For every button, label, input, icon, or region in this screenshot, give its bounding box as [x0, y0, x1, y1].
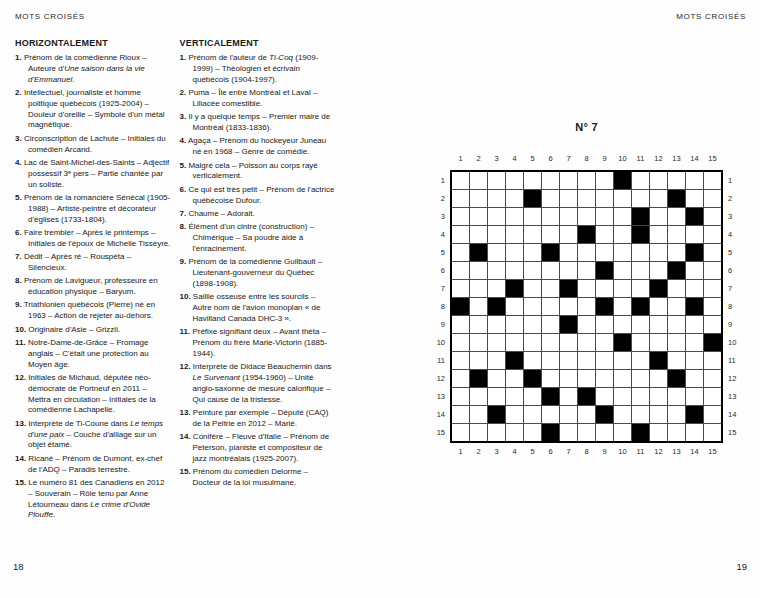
clue-number: 9.: [15, 300, 22, 309]
grid-cell[interactable]: [488, 370, 505, 387]
grid-cell[interactable]: [524, 262, 541, 279]
grid-coordinate: 9: [430, 316, 445, 333]
clue-number: 3.: [15, 134, 22, 143]
grid-cell-black: [506, 352, 523, 369]
grid-cell[interactable]: [506, 190, 523, 207]
grid-cell[interactable]: [470, 352, 487, 369]
clue-item: 3. Il y a quelque temps – Premier maire …: [180, 112, 336, 134]
grid-cell[interactable]: [524, 244, 541, 261]
clue-item: 8. Élément d'un cintre (construction) – …: [180, 222, 336, 254]
grid-cell[interactable]: [614, 388, 631, 405]
grid-cell[interactable]: [524, 280, 541, 297]
clue-number: 12.: [15, 373, 26, 382]
grid-cell[interactable]: [560, 208, 577, 225]
clue-text: Malgré cela – Poisson au corps rayé vert…: [188, 161, 317, 181]
clue-number: 11.: [180, 327, 191, 336]
clue-text: Faire trembler – Après le printemps – In…: [24, 228, 171, 248]
grid-cell[interactable]: [704, 280, 721, 297]
grid-cell[interactable]: [470, 406, 487, 423]
grid-cell[interactable]: [650, 244, 667, 261]
clue-text: Initiales de Michaud, députée néo-démocr…: [28, 373, 156, 414]
grid-cell[interactable]: [542, 280, 559, 297]
across-title: HORIZONTALEMENT: [15, 38, 171, 48]
grid-cell[interactable]: [632, 262, 649, 279]
grid-cell-black: [614, 172, 631, 189]
grid-cell-black: [686, 298, 703, 315]
grid-cell[interactable]: [578, 244, 595, 261]
clue-item: 2. Puma – Île entre Montréal et Laval – …: [180, 88, 336, 110]
clue-text: Prénom de la comédienne Rioux – Auteure …: [24, 53, 147, 84]
grid-cell[interactable]: [686, 172, 703, 189]
grid-cell-black: [632, 226, 649, 243]
grid-cell-black: [704, 334, 721, 351]
grid-cell[interactable]: [452, 424, 469, 441]
grid-cell[interactable]: [452, 172, 469, 189]
grid-coordinate: 6: [542, 154, 559, 163]
down-clue-list: 1. Prénom de l'auteur de Ti-Coq (1909-19…: [180, 53, 336, 489]
grid-cell[interactable]: [668, 244, 685, 261]
grid-coordinate: 15: [704, 447, 721, 456]
grid-cell[interactable]: [614, 298, 631, 315]
grid-cell[interactable]: [632, 280, 649, 297]
grid-coordinate: 3: [728, 208, 743, 225]
grid-coordinate: 5: [524, 154, 541, 163]
clue-number: 6.: [15, 228, 22, 237]
grid-cell-black: [488, 406, 505, 423]
grid-cell[interactable]: [650, 262, 667, 279]
grid-cell[interactable]: [578, 298, 595, 315]
grid-cell[interactable]: [596, 226, 613, 243]
grid-cell[interactable]: [650, 334, 667, 351]
clue-number: 14.: [180, 432, 191, 441]
clue-item: 2. Intellectuel, journaliste et homme po…: [15, 88, 171, 131]
grid-cell[interactable]: [542, 262, 559, 279]
grid-cell[interactable]: [596, 190, 613, 207]
grid-coordinate: 3: [488, 447, 505, 456]
grid-cell-black: [506, 280, 523, 297]
grid-cell[interactable]: [668, 334, 685, 351]
clue-item: 10. Saillie osseuse entre les sourcils –…: [180, 292, 336, 324]
grid-cell[interactable]: [488, 262, 505, 279]
grid-cell[interactable]: [596, 388, 613, 405]
grid-cell[interactable]: [614, 244, 631, 261]
grid-cell[interactable]: [452, 208, 469, 225]
grid-cell-black: [632, 298, 649, 315]
grid-cell[interactable]: [704, 172, 721, 189]
grid-cell[interactable]: [650, 226, 667, 243]
grid-cell[interactable]: [560, 388, 577, 405]
grid-cell[interactable]: [614, 352, 631, 369]
grid-coordinate: 13: [728, 388, 743, 405]
grid-coordinate: 5: [430, 244, 445, 261]
grid-cell[interactable]: [542, 208, 559, 225]
clue-text: Notre-Dame-de-Grâce – Fromage anglais – …: [28, 338, 149, 369]
grid-cell[interactable]: [632, 406, 649, 423]
grid-cell[interactable]: [488, 424, 505, 441]
clue-item: 15. Le numéro 81 des Canadiens en 2012 –…: [15, 478, 171, 521]
clue-text: Puma – Île entre Montréal et Laval – Lil…: [188, 88, 317, 108]
grid-coordinate: 15: [728, 424, 743, 441]
grid-cell[interactable]: [452, 334, 469, 351]
grid-cell[interactable]: [488, 316, 505, 333]
grid-cell[interactable]: [704, 370, 721, 387]
running-head-left: MOTS CROISÉS: [15, 12, 85, 21]
clue-item: 7. Chaume – Adorait.: [180, 209, 336, 220]
grid-cell[interactable]: [524, 388, 541, 405]
grid-cell[interactable]: [704, 190, 721, 207]
grid-cell[interactable]: [596, 424, 613, 441]
grid-cell[interactable]: [650, 190, 667, 207]
grid-cell[interactable]: [704, 226, 721, 243]
grid-cell[interactable]: [560, 370, 577, 387]
clue-text: Intellectuel, journaliste et homme polit…: [24, 88, 165, 129]
crossword-board: [450, 170, 723, 443]
grid-cell[interactable]: [452, 280, 469, 297]
grid-coordinate: 14: [686, 447, 703, 456]
grid-cell[interactable]: [686, 280, 703, 297]
grid-cell[interactable]: [488, 172, 505, 189]
grid-cell[interactable]: [452, 406, 469, 423]
grid-cell[interactable]: [560, 406, 577, 423]
grid-cell[interactable]: [686, 370, 703, 387]
grid-cell[interactable]: [686, 334, 703, 351]
grid-coordinate: 13: [668, 154, 685, 163]
clue-text: Peinture par exemple – Député (CAQ) de l…: [193, 408, 329, 428]
grid-cell[interactable]: [704, 316, 721, 333]
grid-coordinate: 12: [650, 154, 667, 163]
grid-cell[interactable]: [632, 370, 649, 387]
grid-cell[interactable]: [596, 172, 613, 189]
grid-cell[interactable]: [506, 370, 523, 387]
clue-text: Lac de Saint-Michel-des-Saints – Adjecti…: [24, 158, 169, 189]
grid-cell[interactable]: [596, 280, 613, 297]
grid-cell[interactable]: [578, 280, 595, 297]
clue-text: Prénom de Lavigueur, professeure en éduc…: [24, 276, 158, 296]
grid-cell[interactable]: [578, 172, 595, 189]
clue-item: 9. Triathlonien québécois (Pierre) né en…: [15, 300, 171, 322]
grid-cell[interactable]: [614, 406, 631, 423]
grid-cell[interactable]: [560, 298, 577, 315]
grid-cell[interactable]: [542, 370, 559, 387]
across-column: HORIZONTALEMENT 1. Prénom de la comédien…: [15, 38, 171, 524]
clue-text: Prénom de l'auteur de Ti-Coq (1909-1999)…: [188, 53, 318, 84]
grid-coordinate: 5: [524, 447, 541, 456]
grid-cell-black: [686, 208, 703, 225]
grid-cell[interactable]: [452, 190, 469, 207]
grid-cell-black: [668, 190, 685, 207]
grid-cell[interactable]: [650, 424, 667, 441]
clue-number: 6.: [180, 185, 187, 194]
col-numbers-top: 123456789101112131415: [450, 154, 723, 163]
grid-cell[interactable]: [686, 316, 703, 333]
grid-cell[interactable]: [506, 424, 523, 441]
grid-cell[interactable]: [686, 262, 703, 279]
grid-cell[interactable]: [560, 172, 577, 189]
grid-cell[interactable]: [524, 208, 541, 225]
clue-number: 7.: [15, 252, 22, 261]
grid-cell[interactable]: [578, 334, 595, 351]
grid-coordinate: 7: [430, 280, 445, 297]
grid-cell[interactable]: [596, 316, 613, 333]
grid-coordinate: 2: [470, 154, 487, 163]
clue-text: Prénom de la romancière Sénécal (1905-19…: [24, 193, 170, 224]
clue-text: Agaça – Prénom du hockeyeur Juneau né en…: [188, 136, 326, 156]
grid-cell[interactable]: [470, 280, 487, 297]
clue-number: 5.: [15, 193, 22, 202]
grid-cell[interactable]: [524, 226, 541, 243]
grid-cell[interactable]: [524, 334, 541, 351]
grid-cell[interactable]: [452, 352, 469, 369]
clue-item: 13. Interprète de Ti-Coune dans Le temps…: [15, 419, 171, 451]
clue-number: 3.: [180, 112, 187, 121]
grid-cell[interactable]: [614, 316, 631, 333]
clue-item: 12. Interprète de Didace Beauchemin dans…: [180, 362, 336, 405]
grid-cell[interactable]: [650, 298, 667, 315]
clue-item: 4. Agaça – Prénom du hockeyeur Juneau né…: [180, 136, 336, 158]
grid-cell[interactable]: [668, 280, 685, 297]
grid-cell[interactable]: [470, 316, 487, 333]
col-numbers-bottom: 123456789101112131415: [450, 447, 723, 456]
grid-cell[interactable]: [614, 280, 631, 297]
grid-cell[interactable]: [452, 316, 469, 333]
grid-cell[interactable]: [506, 406, 523, 423]
grid-cell[interactable]: [578, 316, 595, 333]
grid-cell-black: [632, 424, 649, 441]
grid-cell[interactable]: [632, 388, 649, 405]
grid-cell-black: [470, 244, 487, 261]
grid-cell[interactable]: [524, 424, 541, 441]
grid-cell[interactable]: [668, 352, 685, 369]
grid-cell[interactable]: [560, 334, 577, 351]
grid-cell[interactable]: [578, 424, 595, 441]
clue-item: 9. Prénom de la comédienne Guilbault – L…: [180, 257, 336, 289]
grid-cell[interactable]: [560, 352, 577, 369]
grid-cell[interactable]: [632, 244, 649, 261]
grid-cell[interactable]: [560, 190, 577, 207]
grid-cell-black: [560, 316, 577, 333]
grid-cell[interactable]: [704, 388, 721, 405]
grid-coordinate: 12: [430, 370, 445, 387]
grid-cell-black: [650, 280, 667, 297]
grid-cell[interactable]: [506, 172, 523, 189]
grid-cell[interactable]: [488, 334, 505, 351]
grid-coordinate: 4: [728, 226, 743, 243]
grid-cell-black: [686, 406, 703, 423]
grid-cell[interactable]: [578, 208, 595, 225]
grid-cell[interactable]: [578, 352, 595, 369]
grid-cell[interactable]: [614, 190, 631, 207]
clue-text: Originaire d'Asie – Grizzli.: [28, 325, 120, 334]
grid-cell[interactable]: [704, 352, 721, 369]
grid-cell[interactable]: [452, 244, 469, 261]
clue-number: 4.: [180, 136, 187, 145]
grid-cell[interactable]: [560, 244, 577, 261]
grid-cell[interactable]: [686, 388, 703, 405]
grid-cell[interactable]: [452, 370, 469, 387]
grid-cell[interactable]: [578, 262, 595, 279]
grid-cell[interactable]: [470, 226, 487, 243]
grid-cell[interactable]: [614, 208, 631, 225]
grid-cell[interactable]: [686, 190, 703, 207]
grid-cell[interactable]: [542, 190, 559, 207]
grid-cell[interactable]: [470, 334, 487, 351]
grid-cell[interactable]: [470, 298, 487, 315]
grid-cell[interactable]: [542, 226, 559, 243]
grid-cell[interactable]: [524, 352, 541, 369]
grid-cell[interactable]: [452, 388, 469, 405]
clue-text: Il y a quelque temps – Premier maire de …: [188, 112, 330, 132]
grid-coordinate: 1: [452, 447, 469, 456]
grid-cell[interactable]: [506, 208, 523, 225]
clue-number: 15.: [15, 478, 26, 487]
clue-text: Interprète de Ti-Coune dans Le temps d'u…: [28, 419, 163, 450]
grid-cell[interactable]: [542, 406, 559, 423]
grid-cell[interactable]: [632, 316, 649, 333]
grid-cell[interactable]: [596, 244, 613, 261]
clue-number: 1.: [180, 53, 187, 62]
grid-coordinate: 1: [452, 154, 469, 163]
grid-cell[interactable]: [506, 316, 523, 333]
grid-cell[interactable]: [614, 262, 631, 279]
grid-cell[interactable]: [614, 424, 631, 441]
clue-item: 5. Malgré cela – Poisson au corps rayé v…: [180, 161, 336, 183]
grid-cell[interactable]: [560, 424, 577, 441]
clue-text: Prénom du comédien Delorme – Docteur de …: [193, 467, 309, 487]
grid-cell-black: [596, 298, 613, 315]
clue-item: 13. Peinture par exemple – Député (CAQ) …: [180, 408, 336, 430]
grid-cell[interactable]: [686, 424, 703, 441]
grid-cell[interactable]: [632, 352, 649, 369]
grid-cell[interactable]: [488, 352, 505, 369]
grid-coordinate: 4: [430, 226, 445, 243]
grid-cell[interactable]: [650, 208, 667, 225]
grid-cell[interactable]: [614, 370, 631, 387]
grid-cell[interactable]: [506, 262, 523, 279]
clue-number: 10.: [180, 292, 191, 301]
clue-number: 10.: [15, 325, 26, 334]
grid-cell[interactable]: [488, 208, 505, 225]
grid-cell[interactable]: [524, 172, 541, 189]
grid-cell[interactable]: [470, 172, 487, 189]
grid-cell[interactable]: [704, 424, 721, 441]
grid-cell[interactable]: [506, 388, 523, 405]
grid-cell[interactable]: [704, 406, 721, 423]
grid-coordinate: 15: [704, 154, 721, 163]
grid-cell[interactable]: [506, 226, 523, 243]
grid-cell[interactable]: [488, 244, 505, 261]
grid-cell[interactable]: [668, 316, 685, 333]
grid-cell[interactable]: [542, 334, 559, 351]
grid-cell[interactable]: [524, 298, 541, 315]
grid-cell[interactable]: [632, 334, 649, 351]
grid-cell[interactable]: [470, 190, 487, 207]
clue-text: Circonscription de Lachute – Initiales d…: [24, 134, 166, 154]
clue-number: 2.: [180, 88, 187, 97]
grid-coordinate: 9: [596, 154, 613, 163]
grid-cell[interactable]: [614, 226, 631, 243]
grid-cell[interactable]: [596, 352, 613, 369]
grid-cell[interactable]: [650, 370, 667, 387]
grid-cell[interactable]: [704, 262, 721, 279]
clue-text: Prénom de la comédienne Guilbault – Lieu…: [188, 257, 322, 288]
grid-cell[interactable]: [578, 406, 595, 423]
grid-cell[interactable]: [668, 298, 685, 315]
clue-text: Ricané – Prénom de Dumont, ex-chef de l'…: [28, 454, 162, 474]
clue-number: 4.: [15, 158, 22, 167]
grid-cell[interactable]: [506, 298, 523, 315]
grid-cell-black: [542, 388, 559, 405]
grid-cell[interactable]: [578, 370, 595, 387]
grid-cell[interactable]: [704, 208, 721, 225]
grid-cell[interactable]: [686, 352, 703, 369]
grid-cell[interactable]: [470, 262, 487, 279]
grid-cell[interactable]: [704, 298, 721, 315]
grid-cell[interactable]: [668, 226, 685, 243]
grid-cell[interactable]: [560, 262, 577, 279]
grid-cell[interactable]: [632, 190, 649, 207]
clue-item: 4. Lac de Saint-Michel-des-Saints – Adje…: [15, 158, 171, 190]
grid-cell[interactable]: [668, 388, 685, 405]
grid-cell[interactable]: [470, 208, 487, 225]
page-number-right: 19: [736, 561, 747, 572]
grid-cell[interactable]: [668, 172, 685, 189]
grid-cell[interactable]: [506, 244, 523, 261]
grid-cell[interactable]: [506, 334, 523, 351]
grid-cell[interactable]: [650, 388, 667, 405]
grid-coordinate: 14: [686, 154, 703, 163]
grid-coordinate: 3: [430, 208, 445, 225]
grid-cell[interactable]: [596, 208, 613, 225]
grid-cell[interactable]: [542, 298, 559, 315]
grid-coordinate: 9: [596, 447, 613, 456]
grid-cell[interactable]: [470, 388, 487, 405]
grid-cell[interactable]: [686, 226, 703, 243]
grid-cell[interactable]: [596, 334, 613, 351]
grid-cell[interactable]: [650, 406, 667, 423]
grid-cell[interactable]: [704, 244, 721, 261]
grid-cell[interactable]: [668, 424, 685, 441]
grid-cell[interactable]: [452, 262, 469, 279]
grid-cell[interactable]: [596, 370, 613, 387]
clue-number: 9.: [180, 257, 187, 266]
grid-cell[interactable]: [668, 406, 685, 423]
grid-cell[interactable]: [632, 172, 649, 189]
grid-cell[interactable]: [452, 226, 469, 243]
grid-cell[interactable]: [542, 316, 559, 333]
grid-cell[interactable]: [578, 190, 595, 207]
clue-item: 14. Ricané – Prénom de Dumont, ex-chef d…: [15, 454, 171, 476]
grid-coordinate: 6: [542, 447, 559, 456]
grid-cell[interactable]: [650, 172, 667, 189]
down-title: VERTICALEMENT: [180, 38, 336, 48]
grid-coordinate: 6: [728, 262, 743, 279]
grid-cell[interactable]: [470, 424, 487, 441]
grid-cell[interactable]: [668, 208, 685, 225]
grid-cell[interactable]: [524, 406, 541, 423]
grid-cell[interactable]: [488, 190, 505, 207]
grid-cell[interactable]: [524, 316, 541, 333]
grid-coordinate: 14: [430, 406, 445, 423]
grid-coordinate: 11: [632, 447, 649, 456]
grid-cell[interactable]: [650, 316, 667, 333]
puzzle-number-title: N° 7: [450, 121, 723, 133]
grid-cell[interactable]: [560, 226, 577, 243]
grid-cell[interactable]: [488, 388, 505, 405]
grid-cell[interactable]: [542, 172, 559, 189]
grid-cell[interactable]: [488, 226, 505, 243]
grid-cell[interactable]: [542, 352, 559, 369]
grid-cell[interactable]: [488, 280, 505, 297]
